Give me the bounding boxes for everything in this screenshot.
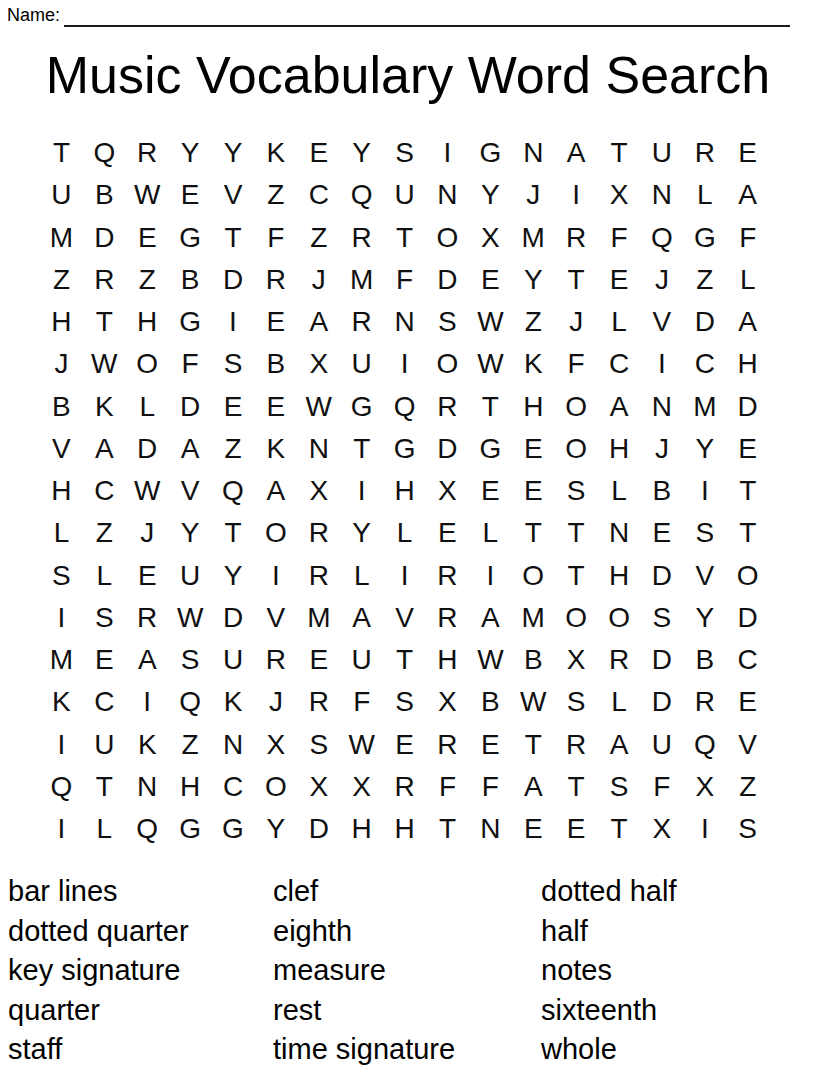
word-list-item: half (541, 912, 816, 952)
grid-cell[interactable]: L (340, 555, 383, 597)
grid-cell[interactable]: F (340, 681, 383, 723)
grid-cell[interactable]: G (169, 217, 212, 259)
grid-cell[interactable]: S (426, 301, 469, 343)
grid-cell[interactable]: D (297, 808, 340, 850)
grid-cell[interactable]: T (598, 132, 641, 174)
grid-cell[interactable]: T (83, 301, 126, 343)
grid-cell[interactable]: X (469, 217, 512, 259)
grid-cell[interactable]: O (512, 555, 555, 597)
grid-cell[interactable]: T (555, 512, 598, 554)
grid-cell[interactable]: Z (169, 724, 212, 766)
grid-cell[interactable]: U (40, 174, 83, 216)
grid-cell[interactable]: S (83, 597, 126, 639)
grid-cell[interactable]: J (254, 681, 297, 723)
grid-cell[interactable]: I (254, 555, 297, 597)
word-search-grid: TQRYYKEYSIGNATUREUBWEVZCQUNYJIXNLAMDEGTF… (40, 132, 769, 850)
grid-cell[interactable]: O (555, 597, 598, 639)
grid-cell[interactable]: R (683, 681, 726, 723)
grid-cell[interactable]: D (126, 428, 169, 470)
grid-cell[interactable]: R (426, 724, 469, 766)
grid-cell[interactable]: Z (212, 428, 255, 470)
grid-cell[interactable]: S (726, 808, 769, 850)
word-list-item: measure (273, 951, 541, 991)
grid-cell[interactable]: E (512, 470, 555, 512)
word-list-item: key signature (8, 951, 273, 991)
grid-cell[interactable]: G (340, 386, 383, 428)
grid-cell[interactable]: G (212, 808, 255, 850)
grid-cell[interactable]: I (383, 555, 426, 597)
grid-cell[interactable]: R (426, 555, 469, 597)
grid-cell[interactable]: K (254, 428, 297, 470)
grid-cell[interactable]: O (598, 597, 641, 639)
grid-cell[interactable]: Q (640, 217, 683, 259)
grid-cell[interactable]: E (212, 386, 255, 428)
grid-cell[interactable]: K (126, 724, 169, 766)
grid-cell[interactable]: J (555, 301, 598, 343)
grid-cell[interactable]: S (297, 724, 340, 766)
grid-cell[interactable]: D (83, 217, 126, 259)
grid-cell[interactable]: G (169, 301, 212, 343)
grid-cell[interactable]: X (426, 470, 469, 512)
grid-cell[interactable]: C (297, 174, 340, 216)
grid-cell[interactable]: T (340, 428, 383, 470)
grid-cell[interactable]: H (426, 639, 469, 681)
grid-cell[interactable]: G (169, 808, 212, 850)
grid-cell[interactable]: Y (469, 174, 512, 216)
grid-cell[interactable]: O (726, 555, 769, 597)
grid-cell[interactable]: D (640, 681, 683, 723)
grid-cell[interactable]: E (83, 639, 126, 681)
grid-cell[interactable]: D (640, 639, 683, 681)
grid-cell[interactable]: U (83, 724, 126, 766)
grid-cell[interactable]: U (640, 132, 683, 174)
grid-cell[interactable]: H (512, 386, 555, 428)
grid-cell[interactable]: K (254, 132, 297, 174)
grid-cell[interactable]: N (126, 766, 169, 808)
word-list-item: sixteenth (541, 991, 816, 1031)
grid-cell[interactable]: A (726, 301, 769, 343)
grid-cell[interactable]: Q (83, 132, 126, 174)
grid-cell[interactable]: C (726, 639, 769, 681)
grid-cell[interactable]: S (555, 681, 598, 723)
grid-cell[interactable]: L (40, 512, 83, 554)
grid-cell[interactable]: T (83, 766, 126, 808)
grid-cell[interactable]: Z (726, 766, 769, 808)
grid-cell[interactable]: T (555, 766, 598, 808)
grid-cell[interactable]: E (469, 470, 512, 512)
grid-cell[interactable]: Q (169, 681, 212, 723)
grid-cell[interactable]: Q (40, 766, 83, 808)
grid-cell[interactable]: E (426, 512, 469, 554)
name-fill-line[interactable] (64, 3, 790, 27)
grid-cell[interactable]: T (555, 555, 598, 597)
grid-cell[interactable]: N (512, 132, 555, 174)
grid-cell[interactable]: M (40, 217, 83, 259)
grid-cell[interactable]: L (126, 386, 169, 428)
grid-cell[interactable]: T (212, 217, 255, 259)
grid-cell[interactable]: E (297, 639, 340, 681)
grid-cell[interactable]: R (254, 259, 297, 301)
grid-cell[interactable]: H (169, 766, 212, 808)
grid-cell[interactable]: Y (212, 132, 255, 174)
grid-cell[interactable]: Z (40, 259, 83, 301)
grid-cell[interactable]: M (512, 217, 555, 259)
grid-cell[interactable]: D (212, 259, 255, 301)
grid-cell[interactable]: X (340, 766, 383, 808)
grid-cell[interactable]: O (126, 343, 169, 385)
grid-cell[interactable]: B (169, 259, 212, 301)
grid-cell[interactable]: Y (683, 597, 726, 639)
grid-cell[interactable]: R (340, 217, 383, 259)
grid-cell[interactable]: X (683, 766, 726, 808)
grid-cell[interactable]: F (640, 766, 683, 808)
grid-cell[interactable]: S (383, 681, 426, 723)
grid-cell[interactable]: H (126, 301, 169, 343)
grid-cell[interactable]: E (297, 132, 340, 174)
grid-cell[interactable]: D (212, 597, 255, 639)
grid-cell[interactable]: J (297, 259, 340, 301)
grid-cell[interactable]: C (598, 343, 641, 385)
grid-cell[interactable]: W (169, 597, 212, 639)
grid-cell[interactable]: N (640, 174, 683, 216)
word-list-item: dotted quarter (8, 912, 273, 952)
grid-cell[interactable]: U (383, 174, 426, 216)
grid-cell[interactable]: G (469, 132, 512, 174)
grid-cell[interactable]: A (169, 428, 212, 470)
grid-cell[interactable]: G (469, 428, 512, 470)
grid-cell[interactable]: H (383, 470, 426, 512)
grid-cell[interactable]: U (340, 639, 383, 681)
grid-cell[interactable]: X (297, 766, 340, 808)
grid-cell[interactable]: M (40, 639, 83, 681)
grid-cell[interactable]: N (598, 512, 641, 554)
grid-cell[interactable]: V (726, 724, 769, 766)
grid-cell[interactable]: O (254, 512, 297, 554)
grid-cell[interactable]: L (83, 808, 126, 850)
grid-cell[interactable]: U (212, 639, 255, 681)
grid-cell[interactable]: E (254, 301, 297, 343)
grid-cell[interactable]: G (383, 428, 426, 470)
grid-cell[interactable]: F (598, 217, 641, 259)
grid-cell[interactable]: T (512, 724, 555, 766)
grid-cell[interactable]: C (683, 343, 726, 385)
grid-cell[interactable]: X (598, 174, 641, 216)
grid-cell[interactable]: I (40, 597, 83, 639)
grid-cell[interactable]: R (426, 386, 469, 428)
grid-cell[interactable]: U (340, 343, 383, 385)
grid-cell[interactable]: S (555, 470, 598, 512)
grid-cell[interactable]: R (598, 639, 641, 681)
grid-cell[interactable]: D (169, 386, 212, 428)
grid-cell[interactable]: R (126, 132, 169, 174)
grid-cell[interactable]: X (297, 343, 340, 385)
grid-cell[interactable]: Q (683, 724, 726, 766)
grid-cell[interactable]: D (726, 597, 769, 639)
grid-cell[interactable]: E (726, 681, 769, 723)
grid-cell[interactable]: E (169, 174, 212, 216)
grid-cell[interactable]: O (426, 217, 469, 259)
grid-cell[interactable]: W (512, 681, 555, 723)
grid-cell[interactable]: T (383, 639, 426, 681)
grid-cell[interactable]: I (683, 470, 726, 512)
word-list-item: whole (541, 1030, 816, 1070)
grid-cell[interactable]: J (640, 428, 683, 470)
grid-cell[interactable]: A (297, 301, 340, 343)
word-list-item: bar lines (8, 872, 273, 912)
grid-cell[interactable]: A (726, 174, 769, 216)
grid-cell[interactable]: E (254, 386, 297, 428)
grid-cell[interactable]: U (169, 555, 212, 597)
grid-cell[interactable]: M (512, 597, 555, 639)
grid-cell[interactable]: Y (512, 259, 555, 301)
grid-cell[interactable]: I (126, 681, 169, 723)
grid-cell[interactable]: J (126, 512, 169, 554)
grid-cell[interactable]: I (683, 808, 726, 850)
grid-cell[interactable]: Y (169, 132, 212, 174)
grid-cell[interactable]: R (340, 301, 383, 343)
grid-cell[interactable]: F (383, 259, 426, 301)
grid-cell[interactable]: B (83, 174, 126, 216)
grid-cell[interactable]: L (683, 174, 726, 216)
grid-cell[interactable]: Q (212, 470, 255, 512)
grid-cell[interactable]: R (126, 597, 169, 639)
grid-cell[interactable]: H (40, 301, 83, 343)
grid-cell[interactable]: A (512, 766, 555, 808)
grid-cell[interactable]: V (40, 428, 83, 470)
word-list-item: notes (541, 951, 816, 991)
grid-cell[interactable]: X (640, 808, 683, 850)
grid-cell[interactable]: O (426, 343, 469, 385)
grid-cell[interactable]: K (212, 681, 255, 723)
grid-cell[interactable]: E (726, 428, 769, 470)
grid-cell[interactable]: E (469, 259, 512, 301)
grid-cell[interactable]: B (40, 386, 83, 428)
grid-cell[interactable]: L (598, 681, 641, 723)
grid-cell[interactable]: I (40, 808, 83, 850)
grid-cell[interactable]: H (40, 470, 83, 512)
grid-cell[interactable]: T (555, 259, 598, 301)
grid-cell[interactable]: V (254, 597, 297, 639)
grid-cell[interactable]: I (212, 301, 255, 343)
grid-cell[interactable]: L (469, 512, 512, 554)
grid-cell[interactable]: T (726, 470, 769, 512)
grid-cell[interactable]: L (383, 512, 426, 554)
grid-cell[interactable]: C (83, 681, 126, 723)
grid-cell[interactable]: K (83, 386, 126, 428)
grid-cell[interactable]: I (555, 174, 598, 216)
grid-cell[interactable]: E (512, 428, 555, 470)
grid-cell[interactable]: Y (340, 512, 383, 554)
grid-cell[interactable]: A (126, 639, 169, 681)
grid-cell[interactable]: R (297, 555, 340, 597)
grid-cell[interactable]: F (726, 217, 769, 259)
grid-cell[interactable]: I (640, 343, 683, 385)
grid-cell[interactable]: Y (683, 428, 726, 470)
grid-cell[interactable]: C (212, 766, 255, 808)
grid-cell[interactable]: I (469, 555, 512, 597)
grid-cell[interactable]: V (212, 174, 255, 216)
grid-cell[interactable]: W (469, 639, 512, 681)
grid-cell[interactable]: X (297, 470, 340, 512)
grid-cell[interactable]: Q (340, 174, 383, 216)
grid-cell[interactable]: O (555, 386, 598, 428)
grid-cell[interactable]: D (726, 386, 769, 428)
grid-cell[interactable]: T (426, 808, 469, 850)
grid-cell[interactable]: B (254, 343, 297, 385)
grid-cell[interactable]: M (683, 386, 726, 428)
grid-cell[interactable]: A (83, 428, 126, 470)
grid-cell[interactable]: Z (83, 512, 126, 554)
grid-cell[interactable]: A (469, 597, 512, 639)
grid-cell[interactable]: I (40, 724, 83, 766)
grid-cell[interactable]: Y (212, 555, 255, 597)
grid-cell[interactable]: E (598, 259, 641, 301)
grid-cell[interactable]: D (426, 428, 469, 470)
grid-cell[interactable]: H (726, 343, 769, 385)
grid-cell[interactable]: D (640, 555, 683, 597)
grid-cell[interactable]: V (383, 597, 426, 639)
grid-cell[interactable]: A (555, 132, 598, 174)
puzzle-title: Music Vocabulary Word Search (0, 47, 816, 103)
grid-cell[interactable]: K (512, 343, 555, 385)
grid-cell[interactable]: W (297, 386, 340, 428)
grid-cell[interactable]: E (469, 724, 512, 766)
grid-cell[interactable]: H (598, 555, 641, 597)
grid-cell[interactable]: F (426, 766, 469, 808)
grid-cell[interactable]: H (383, 808, 426, 850)
grid-cell[interactable]: V (683, 555, 726, 597)
grid-cell[interactable]: T (383, 217, 426, 259)
grid-cell[interactable]: G (683, 217, 726, 259)
grid-cell[interactable]: S (383, 132, 426, 174)
grid-cell[interactable]: V (169, 470, 212, 512)
grid-cell[interactable]: U (640, 724, 683, 766)
grid-cell[interactable]: J (40, 343, 83, 385)
grid-cell[interactable]: E (640, 512, 683, 554)
grid-cell[interactable]: T (212, 512, 255, 554)
grid-cell[interactable]: R (683, 132, 726, 174)
grid-cell[interactable]: H (598, 428, 641, 470)
grid-cell[interactable]: S (683, 512, 726, 554)
grid-cell[interactable]: S (40, 555, 83, 597)
grid-cell[interactable]: B (640, 470, 683, 512)
grid-cell[interactable]: E (126, 217, 169, 259)
grid-cell[interactable]: S (212, 343, 255, 385)
grid-cell[interactable]: Q (383, 386, 426, 428)
grid-cell[interactable]: X (555, 639, 598, 681)
grid-cell[interactable]: J (640, 259, 683, 301)
grid-cell[interactable]: R (383, 766, 426, 808)
grid-cell[interactable]: L (726, 259, 769, 301)
grid-cell[interactable]: M (340, 259, 383, 301)
grid-cell[interactable]: L (598, 301, 641, 343)
grid-cell[interactable]: N (469, 808, 512, 850)
grid-cell[interactable]: S (598, 766, 641, 808)
grid-cell[interactable]: I (383, 343, 426, 385)
grid-cell[interactable]: R (297, 512, 340, 554)
grid-cell[interactable]: R (555, 724, 598, 766)
grid-cell[interactable]: W (126, 174, 169, 216)
grid-cell[interactable]: C (83, 470, 126, 512)
grid-cell[interactable]: Y (340, 132, 383, 174)
grid-cell[interactable]: R (297, 681, 340, 723)
grid-cell[interactable]: O (555, 428, 598, 470)
grid-cell[interactable]: A (340, 597, 383, 639)
grid-cell[interactable]: E (726, 132, 769, 174)
grid-cell[interactable]: X (426, 681, 469, 723)
grid-cell[interactable]: N (297, 428, 340, 470)
grid-cell[interactable]: W (126, 470, 169, 512)
grid-cell[interactable]: V (640, 301, 683, 343)
grid-cell[interactable]: E (555, 808, 598, 850)
grid-cell[interactable]: A (254, 470, 297, 512)
grid-cell[interactable]: T (726, 512, 769, 554)
grid-cell[interactable]: Z (254, 174, 297, 216)
grid-cell[interactable]: W (469, 343, 512, 385)
grid-cell[interactable]: M (297, 597, 340, 639)
grid-cell[interactable]: Q (126, 808, 169, 850)
grid-cell[interactable]: L (83, 555, 126, 597)
grid-cell[interactable]: R (83, 259, 126, 301)
grid-cell[interactable]: J (512, 174, 555, 216)
grid-cell[interactable]: T (469, 386, 512, 428)
grid-cell[interactable]: N (212, 724, 255, 766)
grid-cell[interactable]: F (469, 766, 512, 808)
grid-cell[interactable]: B (469, 681, 512, 723)
grid-cell[interactable]: A (598, 386, 641, 428)
grid-cell[interactable]: D (683, 301, 726, 343)
grid-cell[interactable]: Z (512, 301, 555, 343)
grid-cell[interactable]: Z (126, 259, 169, 301)
grid-cell[interactable]: N (383, 301, 426, 343)
grid-cell[interactable]: E (512, 808, 555, 850)
grid-cell[interactable]: Y (254, 808, 297, 850)
grid-cell[interactable]: W (83, 343, 126, 385)
grid-cell[interactable]: B (512, 639, 555, 681)
grid-cell[interactable]: A (598, 724, 641, 766)
grid-cell[interactable]: T (598, 808, 641, 850)
grid-cell[interactable]: F (169, 343, 212, 385)
grid-cell[interactable]: F (254, 217, 297, 259)
grid-cell[interactable]: I (426, 132, 469, 174)
grid-cell[interactable]: E (383, 724, 426, 766)
grid-cell[interactable]: W (469, 301, 512, 343)
grid-cell[interactable]: I (340, 470, 383, 512)
grid-cell[interactable]: R (555, 217, 598, 259)
grid-cell[interactable]: X (254, 724, 297, 766)
grid-cell[interactable]: K (40, 681, 83, 723)
grid-cell[interactable]: W (340, 724, 383, 766)
grid-cell[interactable]: F (555, 343, 598, 385)
grid-cell[interactable]: R (426, 597, 469, 639)
grid-cell[interactable]: B (683, 639, 726, 681)
grid-cell[interactable]: T (40, 132, 83, 174)
grid-cell[interactable]: O (254, 766, 297, 808)
grid-cell[interactable]: T (512, 512, 555, 554)
grid-cell[interactable]: D (426, 259, 469, 301)
grid-cell[interactable]: N (640, 386, 683, 428)
grid-cell[interactable]: S (640, 597, 683, 639)
grid-cell[interactable]: H (340, 808, 383, 850)
grid-cell[interactable]: Y (169, 512, 212, 554)
grid-cell[interactable]: L (598, 470, 641, 512)
grid-cell[interactable]: R (254, 639, 297, 681)
grid-cell[interactable]: Z (683, 259, 726, 301)
grid-cell[interactable]: S (169, 639, 212, 681)
grid-cell[interactable]: E (126, 555, 169, 597)
grid-cell[interactable]: N (426, 174, 469, 216)
grid-cell[interactable]: Z (297, 217, 340, 259)
